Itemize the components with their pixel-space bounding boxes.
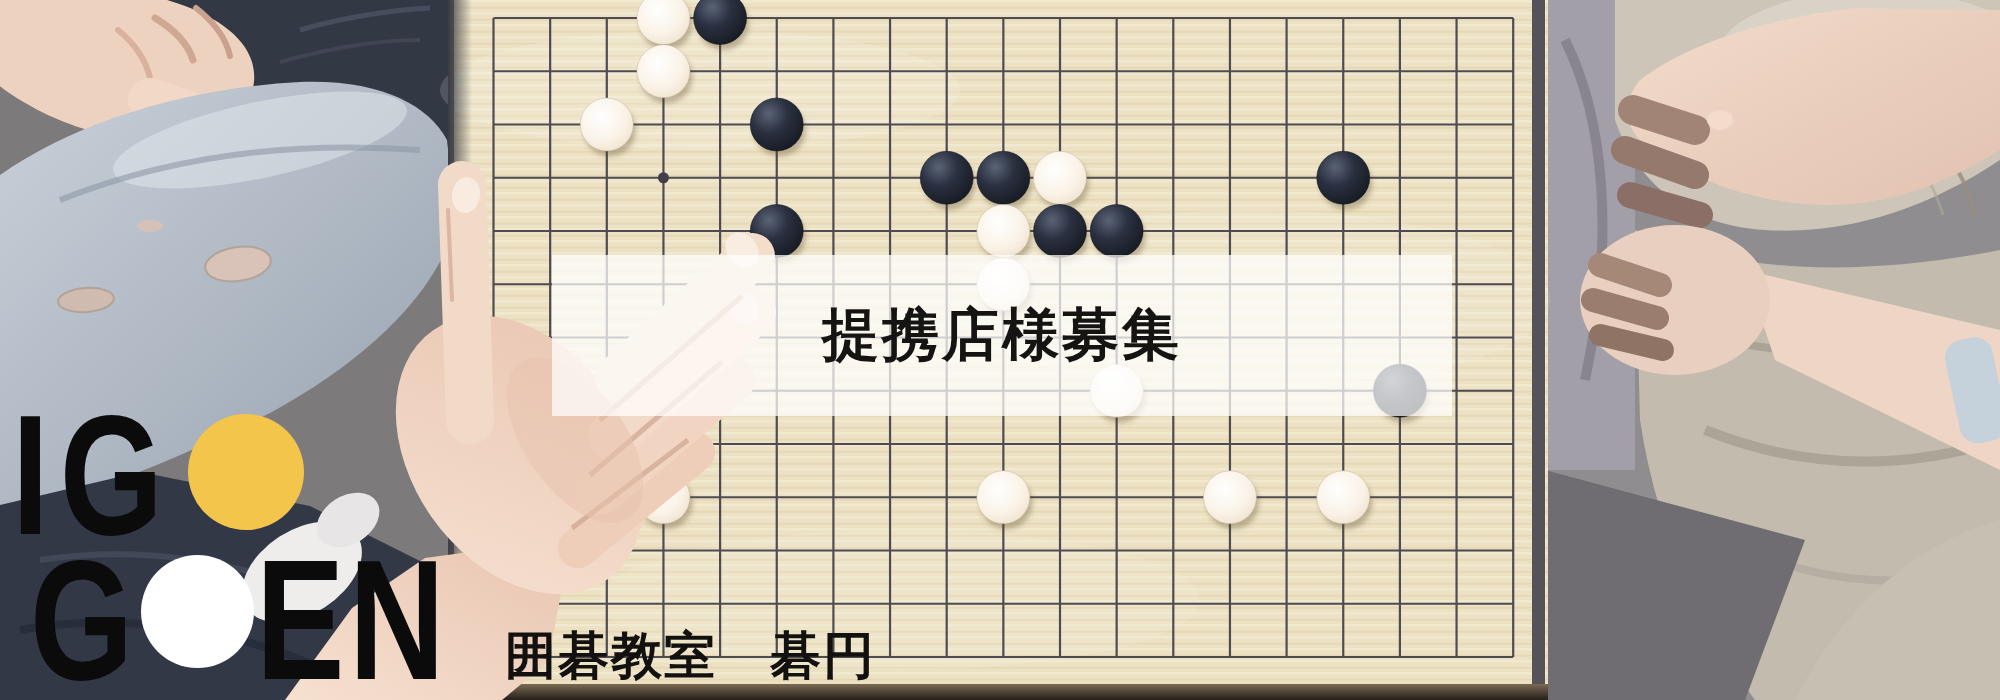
white-stone-icon <box>141 555 254 668</box>
banner: 提携店様募集 IG G EN 囲碁教室 碁円 <box>0 0 2000 700</box>
yellow-stone-icon <box>188 414 304 530</box>
logo-text-g: G <box>30 535 133 700</box>
school-caption: 囲碁教室 碁円 <box>505 622 876 691</box>
campaign-headline: 提携店様募集 <box>552 255 1452 416</box>
thumb <box>462 185 470 420</box>
logo-text-en: EN <box>256 535 450 700</box>
